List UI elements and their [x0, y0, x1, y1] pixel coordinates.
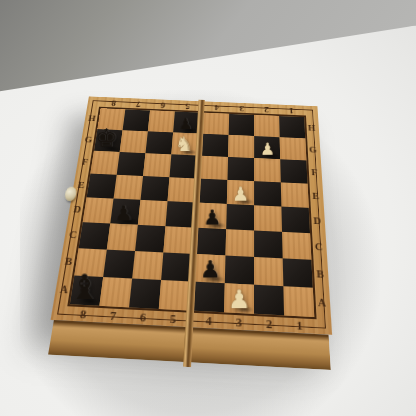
black-bishop-a8[interactable]: ♝ [69, 270, 99, 304]
rank-label-2: 2 [254, 104, 279, 116]
square-g6[interactable] [145, 131, 173, 154]
chess-board: HGFEDCBA HGFEDCBA 87654321 87654321 ♚♝♟♟… [51, 96, 333, 334]
square-g7[interactable] [120, 130, 148, 153]
square-d6[interactable] [138, 200, 168, 226]
square-h3[interactable] [229, 114, 255, 136]
black-pawn-d7[interactable]: ♟ [110, 203, 138, 224]
square-b4[interactable]: ♟ [196, 254, 226, 283]
square-f4[interactable] [201, 156, 228, 180]
square-f8[interactable] [90, 151, 119, 175]
photo-scene: HGFEDCBA HGFEDCBA 87654321 87654321 ♚♝♟♟… [0, 0, 416, 416]
chess-board-wrap: HGFEDCBA HGFEDCBA 87654321 87654321 ♚♝♟♟… [45, 96, 335, 370]
square-d1[interactable] [281, 207, 310, 234]
square-c2[interactable] [254, 230, 283, 258]
square-c7[interactable] [107, 224, 138, 252]
square-d4[interactable]: ♟ [198, 203, 226, 229]
square-e7[interactable] [114, 175, 144, 200]
square-h2[interactable] [254, 115, 280, 137]
square-h7[interactable] [123, 109, 150, 131]
square-c3[interactable] [226, 229, 255, 257]
square-d5[interactable] [166, 201, 195, 227]
square-e4[interactable] [200, 179, 228, 204]
square-b5[interactable] [161, 252, 192, 281]
square-a1[interactable] [283, 286, 314, 317]
square-e2[interactable] [254, 181, 281, 206]
square-g2[interactable]: ♟ [254, 136, 280, 159]
square-c8[interactable] [79, 222, 111, 249]
square-g8[interactable]: ♚ [94, 129, 123, 152]
black-pawn-b4[interactable]: ♟ [195, 258, 224, 282]
rank-label-6: 6 [150, 99, 176, 111]
black-pawn-h5[interactable]: ♟ [173, 117, 199, 132]
rank-label-8: 8 [101, 97, 127, 109]
square-d2[interactable] [254, 205, 282, 232]
square-a3[interactable]: ♟ [224, 283, 254, 314]
square-b3[interactable] [225, 256, 254, 285]
square-a4[interactable] [194, 282, 225, 313]
square-a6[interactable] [129, 278, 161, 308]
white-pawn-e3[interactable]: ♟ [227, 184, 254, 203]
square-c4[interactable] [197, 228, 226, 256]
square-b7[interactable] [103, 250, 135, 279]
square-d7[interactable]: ♟ [110, 199, 140, 225]
square-a5[interactable] [159, 280, 190, 310]
black-pawn-d4[interactable]: ♟ [198, 207, 226, 228]
square-f1[interactable] [280, 159, 307, 183]
square-c6[interactable] [135, 225, 165, 253]
square-e3[interactable]: ♟ [227, 180, 254, 205]
square-c1[interactable] [282, 232, 311, 260]
square-e1[interactable] [281, 182, 309, 207]
square-b6[interactable] [132, 251, 163, 280]
square-h6[interactable] [148, 110, 175, 132]
square-f6[interactable] [143, 153, 171, 177]
square-a2[interactable] [254, 285, 284, 316]
white-pawn-g2[interactable]: ♟ [254, 141, 280, 158]
rank-label-5: 5 [175, 100, 200, 112]
board-right-half: ♟♟♟♟♟ [194, 113, 314, 317]
rank-label-3: 3 [224, 312, 254, 330]
rank-label-1: 1 [279, 105, 304, 117]
black-king-g8[interactable]: ♚ [93, 125, 119, 150]
rank-label-3: 3 [229, 102, 254, 114]
square-c5[interactable] [163, 226, 193, 254]
square-d3[interactable] [226, 204, 254, 231]
square-e5[interactable] [168, 177, 196, 202]
square-f2[interactable] [254, 158, 281, 182]
square-h1[interactable] [279, 116, 305, 138]
square-b2[interactable] [254, 257, 283, 286]
white-pawn-a3[interactable]: ♟ [224, 287, 254, 313]
square-g3[interactable] [228, 135, 254, 158]
square-g5[interactable]: ♞ [171, 132, 198, 155]
square-g4[interactable] [202, 134, 229, 157]
rank-label-4: 4 [204, 101, 229, 113]
square-a8[interactable]: ♝ [70, 276, 103, 306]
square-f7[interactable] [117, 152, 146, 176]
square-g1[interactable] [280, 137, 307, 160]
square-f3[interactable] [227, 157, 254, 181]
square-h4[interactable] [203, 113, 229, 135]
square-e6[interactable] [141, 176, 170, 201]
white-knight-g5[interactable]: ♞ [171, 134, 197, 154]
square-e8[interactable] [87, 174, 117, 199]
square-f5[interactable] [169, 154, 197, 178]
square-a7[interactable] [99, 277, 132, 307]
square-h5[interactable]: ♟ [173, 111, 200, 133]
square-b1[interactable] [283, 258, 313, 287]
rank-label-7: 7 [125, 98, 151, 110]
